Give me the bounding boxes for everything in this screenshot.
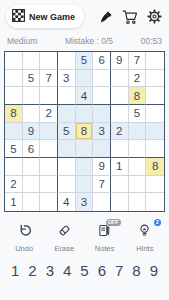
cell-r8c5[interactable] [76, 176, 94, 194]
cell-r5c1[interactable] [5, 123, 23, 141]
shop-cart-icon[interactable] [122, 9, 138, 25]
cell-r9c3[interactable] [40, 193, 58, 211]
cell-r6c1[interactable]: 5 [5, 140, 23, 158]
cell-r5c5[interactable]: 8 [76, 123, 94, 141]
numpad-6[interactable]: 6 [98, 262, 106, 279]
cell-r3c1[interactable] [5, 87, 23, 105]
cell-r2c9[interactable] [146, 70, 164, 88]
numpad-9[interactable]: 9 [150, 262, 158, 279]
cell-r5c6[interactable]: 3 [93, 123, 111, 141]
cell-r4c4[interactable] [58, 105, 76, 123]
new-game-button[interactable]: New Game [6, 5, 84, 28]
cell-r8c9[interactable] [146, 176, 164, 194]
cell-r5c7[interactable]: 2 [111, 123, 129, 141]
cell-r2c4[interactable]: 3 [58, 70, 76, 88]
cell-r7c4[interactable] [58, 158, 76, 176]
numpad-7[interactable]: 7 [115, 262, 123, 279]
undo-icon [17, 223, 32, 242]
cell-r4c6[interactable] [93, 105, 111, 123]
cell-r2c8[interactable]: 2 [129, 70, 147, 88]
cell-r4c3[interactable]: 2 [40, 105, 58, 123]
undo-label: Undo [15, 244, 33, 253]
cell-r2c5[interactable] [76, 70, 94, 88]
hint-bulb-icon [137, 223, 152, 242]
cell-r1c5[interactable]: 5 [76, 52, 94, 70]
erase-label: Erase [55, 244, 75, 253]
cell-r8c8[interactable] [129, 176, 147, 194]
new-game-label: New Game [29, 12, 75, 22]
cell-r7c7[interactable]: 1 [111, 158, 129, 176]
cell-r7c5[interactable] [76, 158, 94, 176]
cell-r8c4[interactable] [58, 176, 76, 194]
top-bar: New Game [0, 0, 169, 30]
cell-r9c1[interactable]: 1 [5, 193, 23, 211]
cell-r3c8[interactable]: 8 [129, 87, 147, 105]
cell-r4c5[interactable] [76, 105, 94, 123]
cell-r4c8[interactable]: 5 [129, 105, 147, 123]
cell-r6c3[interactable] [40, 140, 58, 158]
cell-r4c9[interactable] [146, 105, 164, 123]
hints-label: Hints [136, 244, 153, 253]
action-toolbar: Undo Erase OFF Notes 2 [0, 223, 169, 253]
undo-button[interactable]: Undo [10, 223, 38, 253]
cell-r7c8[interactable] [129, 158, 147, 176]
cell-r9c2[interactable] [23, 193, 41, 211]
cell-r6c5[interactable] [76, 140, 94, 158]
cell-r2c1[interactable] [5, 70, 23, 88]
cell-r6c7[interactable] [111, 140, 129, 158]
cell-r4c7[interactable] [111, 105, 129, 123]
cell-r3c7[interactable] [111, 87, 129, 105]
cell-r2c6[interactable] [93, 70, 111, 88]
cell-r5c3[interactable] [40, 123, 58, 141]
numpad-3[interactable]: 3 [46, 262, 54, 279]
numpad-2[interactable]: 2 [28, 262, 36, 279]
brush-icon[interactable] [99, 10, 113, 24]
cell-r3c4[interactable] [58, 87, 76, 105]
cell-r1c8[interactable]: 7 [129, 52, 147, 70]
hints-count-badge: 2 [154, 219, 161, 226]
cell-r1c9[interactable] [146, 52, 164, 70]
cell-r5c2[interactable]: 9 [23, 123, 41, 141]
cell-r6c6[interactable] [93, 140, 111, 158]
cell-r6c4[interactable] [58, 140, 76, 158]
numpad-5[interactable]: 5 [80, 262, 88, 279]
top-right-icons [99, 9, 162, 25]
number-pad: 123456789 [0, 262, 169, 279]
sudoku-board-frame: 5697573248825958325691827143 [4, 51, 165, 212]
cell-r8c1[interactable]: 2 [5, 176, 23, 194]
notes-label: Notes [95, 244, 115, 253]
cell-r9c7[interactable] [111, 193, 129, 211]
cell-r3c9[interactable] [146, 87, 164, 105]
cell-r8c2[interactable] [23, 176, 41, 194]
cell-r6c8[interactable] [129, 140, 147, 158]
cell-r5c8[interactable] [129, 123, 147, 141]
cell-r5c9[interactable] [146, 123, 164, 141]
cell-r3c6[interactable] [93, 87, 111, 105]
cell-r7c1[interactable] [5, 158, 23, 176]
cell-r3c2[interactable] [23, 87, 41, 105]
cell-r1c2[interactable] [23, 52, 41, 70]
cell-r8c3[interactable] [40, 176, 58, 194]
cell-r2c3[interactable]: 7 [40, 70, 58, 88]
status-row: Medium Mistake : 0/5 00:53 [0, 30, 169, 50]
cell-r1c7[interactable]: 9 [111, 52, 129, 70]
cell-r9c5[interactable]: 3 [76, 193, 94, 211]
cell-r6c2[interactable]: 6 [23, 140, 41, 158]
notes-off-badge: OFF [106, 219, 121, 226]
cell-r1c3[interactable] [40, 52, 58, 70]
cell-r2c2[interactable]: 5 [23, 70, 41, 88]
cell-r3c3[interactable] [40, 87, 58, 105]
notes-button[interactable]: OFF Notes [91, 223, 119, 253]
cell-r7c2[interactable] [23, 158, 41, 176]
numpad-1[interactable]: 1 [11, 262, 19, 279]
cell-r9c9[interactable] [146, 193, 164, 211]
cell-r4c2[interactable] [23, 105, 41, 123]
cell-r2c7[interactable] [111, 70, 129, 88]
hints-button[interactable]: 2 Hints [131, 223, 159, 253]
sudoku-board: 5697573248825958325691827143 [5, 52, 164, 211]
game-timer: 00:53 [141, 36, 162, 46]
erase-button[interactable]: Erase [50, 223, 78, 253]
cell-r7c9[interactable]: 8 [146, 158, 164, 176]
difficulty-label: Medium [7, 36, 37, 46]
cell-r7c3[interactable] [40, 158, 58, 176]
cell-r3c5[interactable]: 4 [76, 87, 94, 105]
sudoku-grid-icon [12, 9, 25, 24]
numpad-8[interactable]: 8 [132, 262, 140, 279]
cell-r1c4[interactable] [58, 52, 76, 70]
eraser-icon [57, 223, 72, 242]
numpad-4[interactable]: 4 [63, 262, 71, 279]
settings-gear-icon[interactable] [147, 9, 162, 24]
cell-r9c8[interactable] [129, 193, 147, 211]
cell-r9c4[interactable]: 4 [58, 193, 76, 211]
cell-r1c6[interactable]: 6 [93, 52, 111, 70]
cell-r4c1[interactable]: 8 [5, 105, 23, 123]
cell-r8c6[interactable]: 7 [93, 176, 111, 194]
cell-r9c6[interactable] [93, 193, 111, 211]
mistake-counter: Mistake : 0/5 [65, 36, 113, 46]
cell-r6c9[interactable] [146, 140, 164, 158]
cell-r7c6[interactable]: 9 [93, 158, 111, 176]
cell-r1c1[interactable] [5, 52, 23, 70]
cell-r8c7[interactable] [111, 176, 129, 194]
cell-r5c4[interactable]: 5 [58, 123, 76, 141]
